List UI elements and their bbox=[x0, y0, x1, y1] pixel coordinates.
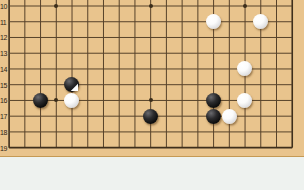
black-stone-E5 bbox=[64, 77, 79, 92]
star-point bbox=[54, 4, 58, 8]
black-stone-K3 bbox=[143, 109, 158, 124]
star-point bbox=[54, 98, 58, 102]
go-board[interactable]: 10111213141516171819 bbox=[0, 0, 304, 157]
white-stone-Q4 bbox=[237, 93, 252, 108]
black-stone-O4 bbox=[206, 93, 221, 108]
white-stone-Q6 bbox=[237, 61, 252, 76]
star-point bbox=[149, 98, 153, 102]
last-move-triangle-marker bbox=[70, 83, 78, 91]
black-stone-O3 bbox=[206, 109, 221, 124]
white-stone-O9 bbox=[206, 14, 221, 29]
white-stone-P3 bbox=[222, 109, 237, 124]
star-point bbox=[243, 4, 247, 8]
white-stone-R9 bbox=[253, 14, 268, 29]
black-stone-C4 bbox=[33, 93, 48, 108]
app-background bbox=[0, 157, 304, 190]
white-stone-E4 bbox=[64, 93, 79, 108]
star-point bbox=[149, 4, 153, 8]
go-app-screen: 10111213141516171819 bbox=[0, 0, 304, 190]
stones-layer bbox=[1, 0, 300, 155]
